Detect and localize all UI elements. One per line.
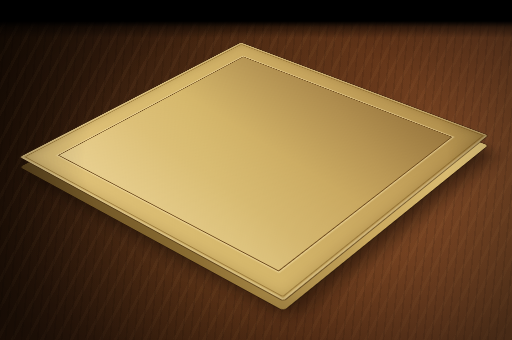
board-field bbox=[58, 56, 453, 271]
board bbox=[20, 43, 488, 301]
background-top-band bbox=[0, 0, 512, 40]
checkers-scene bbox=[0, 0, 512, 340]
